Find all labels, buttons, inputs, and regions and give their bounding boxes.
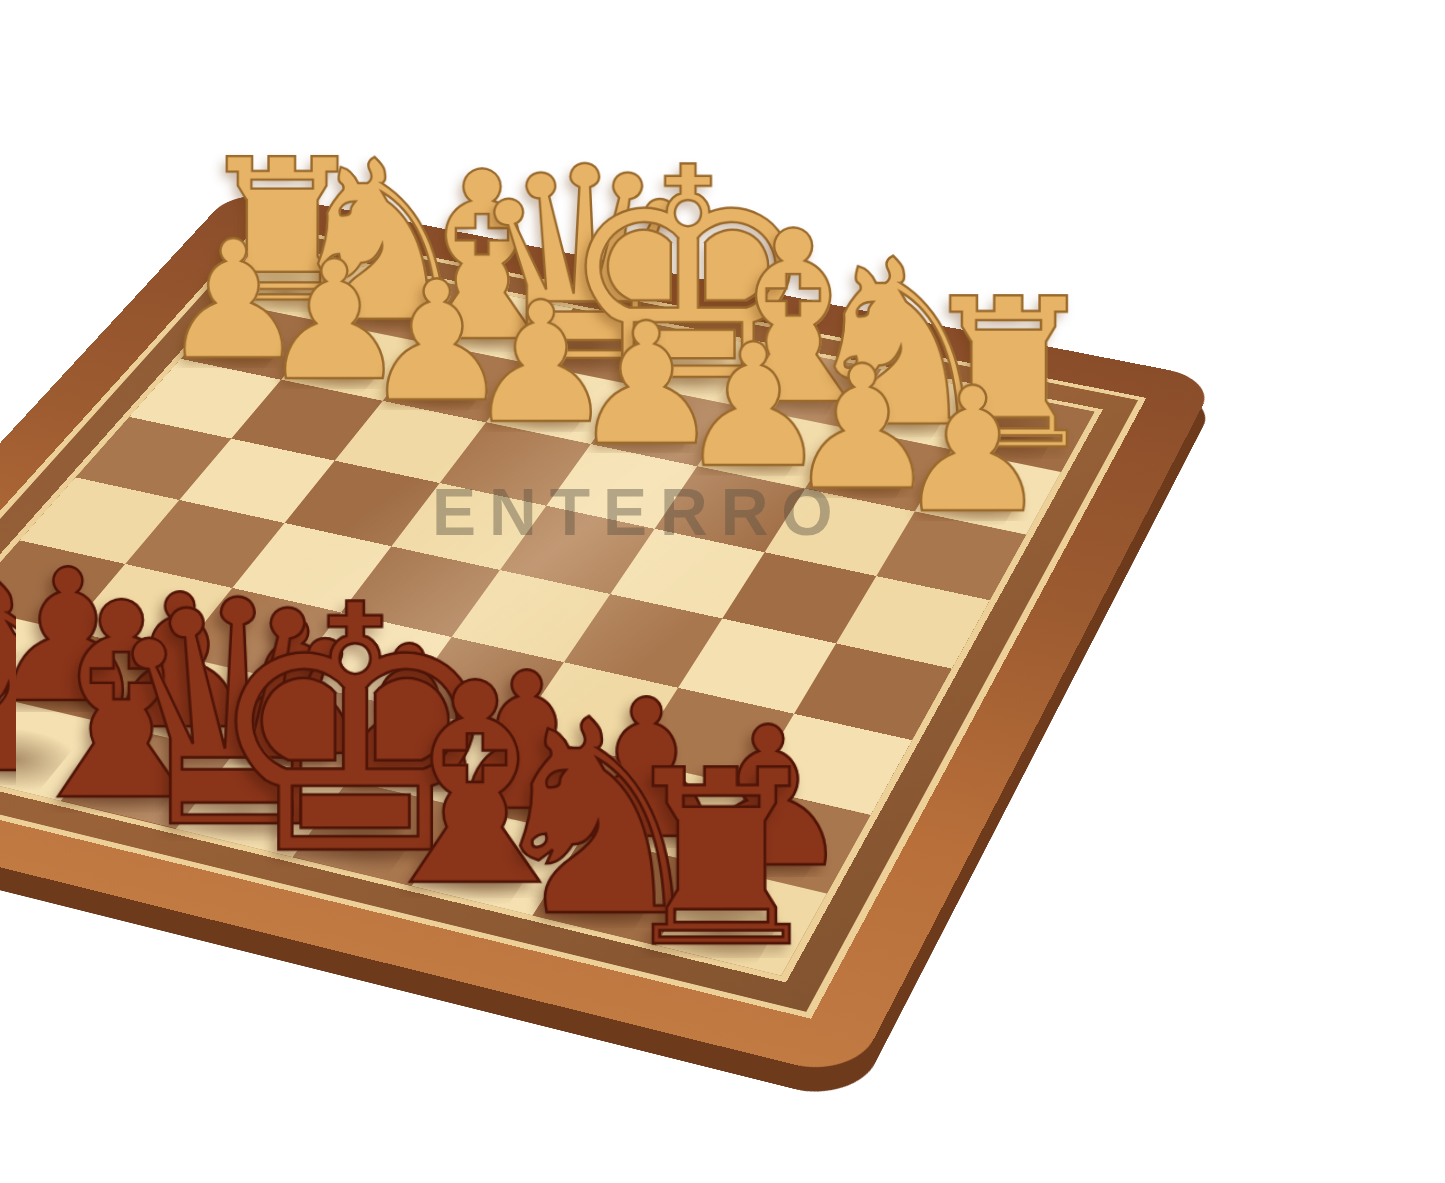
black-rook-h8[interactable]: ♜: [612, 763, 829, 957]
board-squares-grid: ♜♞♝♛♚♝♞♜♟♟♟♟♟♟♟♟♟♟♟♟♟♟♟♟♜♞♝♛♚♝♞♜: [0, 245, 1103, 982]
board-scene: ♜♞♝♛♚♝♞♜♟♟♟♟♟♟♟♟♟♟♟♟♟♟♟♟♜♞♝♛♚♝♞♜: [0, 0, 1445, 1183]
board-frame-band: ♜♞♝♛♚♝♞♜♟♟♟♟♟♟♟♟♟♟♟♟♟♟♟♟♜♞♝♛♚♝♞♜: [0, 223, 1146, 1018]
chess-board: ♜♞♝♛♚♝♞♜♟♟♟♟♟♟♟♟♟♟♟♟♟♟♟♟♜♞♝♛♚♝♞♜: [0, 188, 1216, 1079]
watermark: ENTERRO: [432, 474, 846, 550]
white-pawn-h2[interactable]: ♟: [895, 382, 1049, 520]
product-photo: ♜♞♝♛♚♝♞♜♟♟♟♟♟♟♟♟♟♟♟♟♟♟♟♟♜♞♝♛♚♝♞♜ ENTERRO: [0, 0, 1445, 1183]
square-h8[interactable]: ♜: [656, 864, 827, 975]
